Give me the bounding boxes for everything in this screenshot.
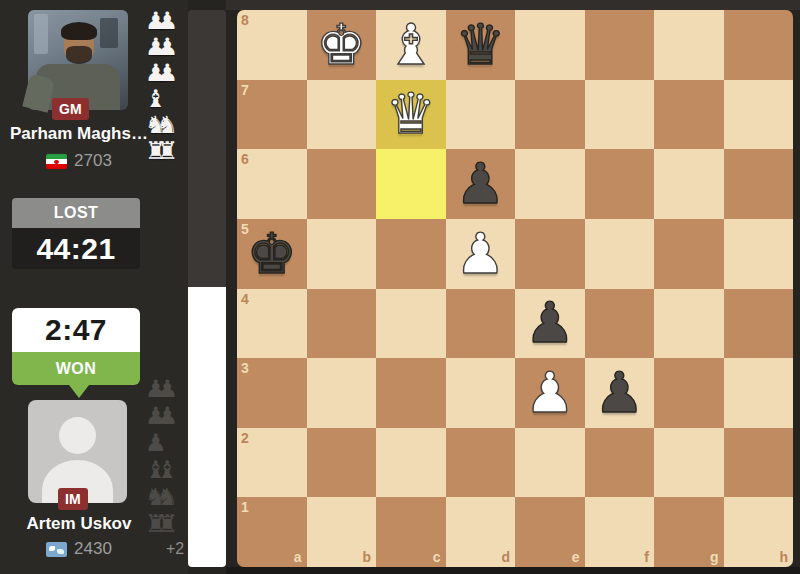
square-g8[interactable] [654, 10, 724, 80]
square-h8[interactable] [724, 10, 794, 80]
square-b8[interactable]: ♚ [307, 10, 377, 80]
square-c8[interactable]: ♝ [376, 10, 446, 80]
captured-piece-row: ♜♜ [145, 511, 178, 538]
square-c6[interactable] [376, 149, 446, 219]
square-h3[interactable] [724, 358, 794, 428]
file-label-g: g [710, 549, 719, 565]
square-h1[interactable]: h [724, 497, 794, 567]
square-b2[interactable] [307, 428, 377, 498]
top-clock-unit: LOST 44:21 [12, 198, 140, 269]
eval-bar-white [188, 287, 226, 567]
player-rating-top: 2703 [74, 151, 112, 171]
rank-label-2: 2 [241, 430, 249, 446]
square-e3[interactable]: ♟ [515, 358, 585, 428]
square-b1[interactable]: b [307, 497, 377, 567]
square-g6[interactable] [654, 149, 724, 219]
file-label-f: f [644, 549, 649, 565]
rank-label-6: 6 [241, 151, 249, 167]
result-badge-won: WON [12, 352, 140, 385]
square-f1[interactable]: f [585, 497, 655, 567]
square-c2[interactable] [376, 428, 446, 498]
square-a2[interactable]: 2 [237, 428, 307, 498]
square-f4[interactable] [585, 289, 655, 359]
rank-label-8: 8 [241, 12, 249, 28]
square-a5[interactable]: 5♚ [237, 219, 307, 289]
captured-pieces-bottom: ♟♟♟♟♟♝♝♞♞♜♜ [145, 376, 178, 538]
title-badge-im: IM [58, 488, 88, 510]
material-advantage: +2 [166, 540, 184, 558]
square-c3[interactable] [376, 358, 446, 428]
square-c1[interactable]: c [376, 497, 446, 567]
square-e6[interactable] [515, 149, 585, 219]
square-h2[interactable] [724, 428, 794, 498]
square-c7[interactable]: ♛ [376, 80, 446, 150]
square-d8[interactable]: ♛ [446, 10, 516, 80]
piece-wP-e3[interactable]: ♟ [515, 358, 585, 428]
captured-piece-row: ♟ [145, 430, 178, 457]
square-b3[interactable] [307, 358, 377, 428]
captured-piece-row: ♞♞ [145, 112, 178, 138]
square-f8[interactable] [585, 10, 655, 80]
square-h7[interactable] [724, 80, 794, 150]
captured-piece-row: ♝ [145, 86, 178, 112]
piece-bP-f3[interactable]: ♟ [585, 358, 655, 428]
photo-person-hair [61, 22, 97, 40]
piece-bQ-d8[interactable]: ♛ [446, 10, 516, 80]
square-b5[interactable] [307, 219, 377, 289]
square-g1[interactable]: g [654, 497, 724, 567]
square-g5[interactable] [654, 219, 724, 289]
photo-background [100, 18, 118, 48]
square-a8[interactable]: 8 [237, 10, 307, 80]
square-e1[interactable]: e [515, 497, 585, 567]
piece-bP-e4[interactable]: ♟ [515, 289, 585, 359]
square-e7[interactable] [515, 80, 585, 150]
board-top-margin [226, 0, 800, 10]
photo-background [34, 14, 48, 54]
rank-label-3: 3 [241, 360, 249, 376]
avatar-silhouette-head [59, 417, 96, 454]
player-photo-top[interactable]: GM [28, 10, 128, 110]
iran-flag-icon [46, 154, 67, 169]
square-a7[interactable]: 7 [237, 80, 307, 150]
chess-board[interactable]: 8♚♝♛7♛6♟5♚♟4♟3♟♟21abcdefgh [237, 10, 793, 567]
clock-bottom: 2:47 [12, 308, 140, 352]
square-d2[interactable] [446, 428, 516, 498]
title-badge-gm: GM [52, 98, 89, 120]
eval-bar-black [188, 10, 226, 287]
captured-piece-row: ♝♝ [145, 457, 178, 484]
square-d7[interactable] [446, 80, 516, 150]
game-screen: GM Parham Maghs… 2703 ♟♟♟♟♟♟♝♞♞♜♜ LOST 4… [0, 0, 800, 574]
bottom-clock-unit: 2:47 WON [12, 308, 140, 385]
piece-wK-b8[interactable]: ♚ [307, 10, 377, 80]
file-label-h: h [779, 549, 788, 565]
square-g7[interactable] [654, 80, 724, 150]
square-f2[interactable] [585, 428, 655, 498]
square-h4[interactable] [724, 289, 794, 359]
square-a6[interactable]: 6 [237, 149, 307, 219]
square-g3[interactable] [654, 358, 724, 428]
square-c4[interactable] [376, 289, 446, 359]
square-d4[interactable] [446, 289, 516, 359]
rank-label-4: 4 [241, 291, 249, 307]
photo-person-beard [66, 46, 92, 64]
captured-piece-row: ♜♜ [145, 138, 178, 164]
captured-piece-row: ♟♟ [145, 60, 178, 86]
player-rating-bottom: 2430 [74, 539, 112, 559]
result-won-label: WON [56, 360, 97, 378]
piece-bP-d6[interactable]: ♟ [446, 149, 516, 219]
captured-pieces-top: ♟♟♟♟♟♟♝♞♞♜♜ [145, 8, 178, 164]
square-e2[interactable] [515, 428, 585, 498]
file-label-b: b [362, 549, 371, 565]
players-sidebar: GM Parham Maghs… 2703 ♟♟♟♟♟♟♝♞♞♜♜ LOST 4… [0, 0, 188, 574]
board-bottom-margin [226, 567, 800, 574]
square-d3[interactable] [446, 358, 516, 428]
square-h5[interactable] [724, 219, 794, 289]
clock-top: 44:21 [12, 228, 140, 269]
won-badge-tail [69, 385, 89, 398]
square-f7[interactable] [585, 80, 655, 150]
rank-label-1: 1 [241, 499, 249, 515]
piece-wP-d5[interactable]: ♟ [446, 219, 516, 289]
square-b7[interactable] [307, 80, 377, 150]
file-label-e: e [572, 549, 580, 565]
result-badge-lost: LOST [12, 198, 140, 228]
file-label-a: a [294, 549, 302, 565]
square-a4[interactable]: 4 [237, 289, 307, 359]
square-g2[interactable] [654, 428, 724, 498]
file-label-d: d [501, 549, 510, 565]
square-f6[interactable] [585, 149, 655, 219]
square-f3[interactable]: ♟ [585, 358, 655, 428]
square-d1[interactable]: d [446, 497, 516, 567]
square-g4[interactable] [654, 289, 724, 359]
captured-piece-row: ♟♟ [145, 34, 178, 60]
piece-wQ-c7[interactable]: ♛ [376, 80, 446, 150]
square-a3[interactable]: 3 [237, 358, 307, 428]
captured-piece-row: ♟♟ [145, 376, 178, 403]
square-a1[interactable]: 1a [237, 497, 307, 567]
captured-piece-row: ♞♞ [145, 484, 178, 511]
eval-bar [188, 10, 226, 567]
piece-bK-a5[interactable]: ♚ [237, 219, 307, 289]
square-e5[interactable] [515, 219, 585, 289]
piece-wB-c8[interactable]: ♝ [376, 10, 446, 80]
square-d6[interactable]: ♟ [446, 149, 516, 219]
square-e8[interactable] [515, 10, 585, 80]
square-c5[interactable] [376, 219, 446, 289]
square-b4[interactable] [307, 289, 377, 359]
captured-piece-row: ♟♟ [145, 8, 178, 34]
player-name-bottom[interactable]: Artem Uskov [0, 514, 158, 534]
rank-label-7: 7 [241, 82, 249, 98]
square-h6[interactable] [724, 149, 794, 219]
square-b6[interactable] [307, 149, 377, 219]
square-f5[interactable] [585, 219, 655, 289]
player-name-top[interactable]: Parham Maghs… [0, 124, 158, 144]
captured-piece-row: ♟♟ [145, 403, 178, 430]
square-d5[interactable]: ♟ [446, 219, 516, 289]
square-e4[interactable]: ♟ [515, 289, 585, 359]
file-label-c: c [433, 549, 441, 565]
fide-flag-icon [46, 542, 67, 557]
